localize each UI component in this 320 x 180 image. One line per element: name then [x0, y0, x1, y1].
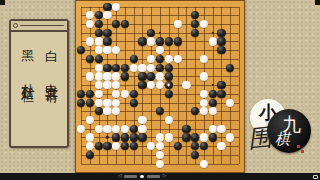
black-stone [147, 72, 155, 80]
video-frame: 黑 朴廷桓 白 申真谞 小 围 九 棋 ◁ ▷ [0, 0, 320, 180]
black-player-column: 黑 朴廷桓 [19, 40, 35, 82]
black-stone [86, 151, 94, 159]
white-stone [138, 125, 146, 133]
black-stone [130, 133, 138, 141]
black-stone [103, 2, 111, 10]
white-stone [86, 142, 94, 150]
black-stone [147, 29, 155, 37]
player-control-bar[interactable]: ◁ ▷ [0, 173, 320, 180]
white-stone [94, 98, 102, 106]
black-stone [77, 90, 85, 98]
white-stone [156, 72, 164, 80]
white-stone [200, 20, 208, 28]
white-stone [156, 160, 164, 168]
black-stone [121, 133, 129, 141]
white-stone [156, 46, 164, 54]
black-stone [121, 142, 129, 150]
white-stone [86, 11, 94, 19]
fullscreen-icon[interactable] [313, 175, 318, 179]
previous-move-icon[interactable]: ◁ [118, 174, 121, 179]
white-stone [112, 90, 120, 98]
black-stone [121, 72, 129, 80]
black-player-name: 朴廷桓 [20, 73, 35, 82]
black-stone [173, 37, 181, 45]
scroll-bar-decoration [20, 25, 64, 27]
white-stone [112, 125, 120, 133]
black-stone [173, 142, 181, 150]
white-stone [200, 160, 208, 168]
grid-line-vertical [239, 7, 240, 164]
black-stone [130, 55, 138, 63]
white-stone [112, 142, 120, 150]
top-left-corner-mark [0, 0, 5, 5]
black-stone [86, 98, 94, 106]
black-stone [130, 98, 138, 106]
red-seal-icon [297, 145, 300, 148]
control-label-left [124, 175, 137, 178]
black-stone [94, 11, 102, 19]
white-stone [103, 72, 111, 80]
black-stone [226, 64, 234, 72]
next-move-icon[interactable]: ▷ [163, 174, 166, 179]
white-stone [94, 72, 102, 80]
black-stone [191, 20, 199, 28]
black-stone [94, 107, 102, 115]
white-stone [103, 11, 111, 19]
grid-line-vertical [178, 7, 179, 164]
white-player-name: 申真谞 [44, 73, 59, 82]
black-stone [165, 72, 173, 80]
black-stone [130, 90, 138, 98]
white-stone [209, 37, 217, 45]
black-stone [165, 90, 173, 98]
white-stone [121, 90, 129, 98]
black-stone [209, 90, 217, 98]
black-stone [165, 81, 173, 89]
white-stone [138, 64, 146, 72]
black-stone [103, 64, 111, 72]
black-stone [77, 46, 85, 54]
scroll-roll-decoration [11, 21, 67, 32]
white-stone [103, 125, 111, 133]
white-stone [200, 55, 208, 63]
white-stone [86, 37, 94, 45]
white-stone [200, 133, 208, 141]
white-stone [217, 142, 225, 150]
player-name-scroll: 黑 朴廷桓 白 申真谞 [9, 19, 69, 148]
black-stone [209, 133, 217, 141]
white-stone [200, 107, 208, 115]
black-stone [156, 37, 164, 45]
white-stone [94, 37, 102, 45]
white-stone [165, 133, 173, 141]
white-stone [103, 46, 111, 54]
scroll-knob-icon [13, 23, 18, 28]
black-stone [209, 98, 217, 106]
white-stone [209, 125, 217, 133]
white-label: 白 [44, 40, 59, 43]
black-stone [112, 64, 120, 72]
white-stone [165, 116, 173, 124]
black-stone [156, 64, 164, 72]
black-stone [217, 37, 225, 45]
black-stone [138, 133, 146, 141]
black-stone [94, 29, 102, 37]
white-stone [86, 72, 94, 80]
white-stone [94, 125, 102, 133]
black-stone [165, 37, 173, 45]
white-stone [121, 125, 129, 133]
white-stone [103, 107, 111, 115]
go-board [75, 0, 245, 173]
logo-black-stone: 九 棋 [267, 109, 311, 153]
white-stone [147, 81, 155, 89]
black-stone [103, 142, 111, 150]
black-stone [103, 37, 111, 45]
white-stone [147, 64, 155, 72]
red-seal-icon [301, 150, 304, 153]
control-label-right [147, 175, 160, 178]
white-stone [147, 37, 155, 45]
top-right-corner-mark [315, 0, 320, 5]
white-stone [226, 133, 234, 141]
white-stone [94, 90, 102, 98]
black-stone [200, 142, 208, 150]
black-stone [182, 133, 190, 141]
black-stone [191, 142, 199, 150]
white-stone [130, 64, 138, 72]
white-stone [94, 64, 102, 72]
grid-line-horizontal [81, 120, 239, 121]
black-stone [94, 55, 102, 63]
white-stone [94, 81, 102, 89]
black-stone [191, 29, 199, 37]
white-stone [86, 133, 94, 141]
logo-char-qi: 棋 [275, 130, 290, 149]
black-stone [94, 142, 102, 150]
black-stone [217, 46, 225, 54]
black-stone [121, 64, 129, 72]
white-stone [112, 81, 120, 89]
black-label: 黑 [20, 40, 35, 43]
black-stone [86, 90, 94, 98]
black-stone [191, 11, 199, 19]
black-stone [94, 20, 102, 28]
white-stone [182, 81, 190, 89]
white-stone [156, 142, 164, 150]
white-stone [103, 98, 111, 106]
white-stone [156, 81, 164, 89]
white-stone [217, 125, 225, 133]
white-stone [156, 151, 164, 159]
playhead-dot-icon[interactable] [140, 175, 143, 178]
white-stone [156, 133, 164, 141]
white-stone [147, 142, 155, 150]
black-stone [112, 133, 120, 141]
black-stone [191, 151, 199, 159]
white-stone [200, 98, 208, 106]
black-stone [217, 81, 225, 89]
black-stone [138, 37, 146, 45]
white-stone [77, 125, 85, 133]
white-stone [226, 98, 234, 106]
white-stone [112, 107, 120, 115]
white-stone [200, 72, 208, 80]
black-stone [121, 20, 129, 28]
black-stone [138, 72, 146, 80]
white-stone [86, 20, 94, 28]
white-stone [103, 81, 111, 89]
black-stone [130, 125, 138, 133]
white-stone [147, 55, 155, 63]
black-stone [156, 55, 164, 63]
white-stone [86, 116, 94, 124]
white-player-column: 白 申真谞 [43, 40, 59, 82]
white-stone [209, 107, 217, 115]
white-stone [200, 90, 208, 98]
black-stone [86, 55, 94, 63]
black-stone [112, 20, 120, 28]
white-stone [112, 2, 120, 10]
black-stone [138, 81, 146, 89]
white-stone [173, 20, 181, 28]
channel-logo: 小 围 九 棋 [248, 96, 314, 160]
white-stone [112, 46, 120, 54]
black-stone [217, 90, 225, 98]
black-stone [130, 142, 138, 150]
black-stone [103, 29, 111, 37]
black-stone [77, 98, 85, 106]
white-stone [112, 72, 120, 80]
white-stone [112, 98, 120, 106]
black-stone [217, 29, 225, 37]
white-stone [173, 55, 181, 63]
black-stone [182, 125, 190, 133]
black-stone [165, 64, 173, 72]
white-stone [138, 116, 146, 124]
logo-char-wei-script: 围 [246, 121, 273, 155]
white-stone [165, 55, 173, 63]
black-stone [191, 107, 199, 115]
white-stone [94, 46, 102, 54]
black-stone [156, 107, 164, 115]
black-stone [191, 133, 199, 141]
